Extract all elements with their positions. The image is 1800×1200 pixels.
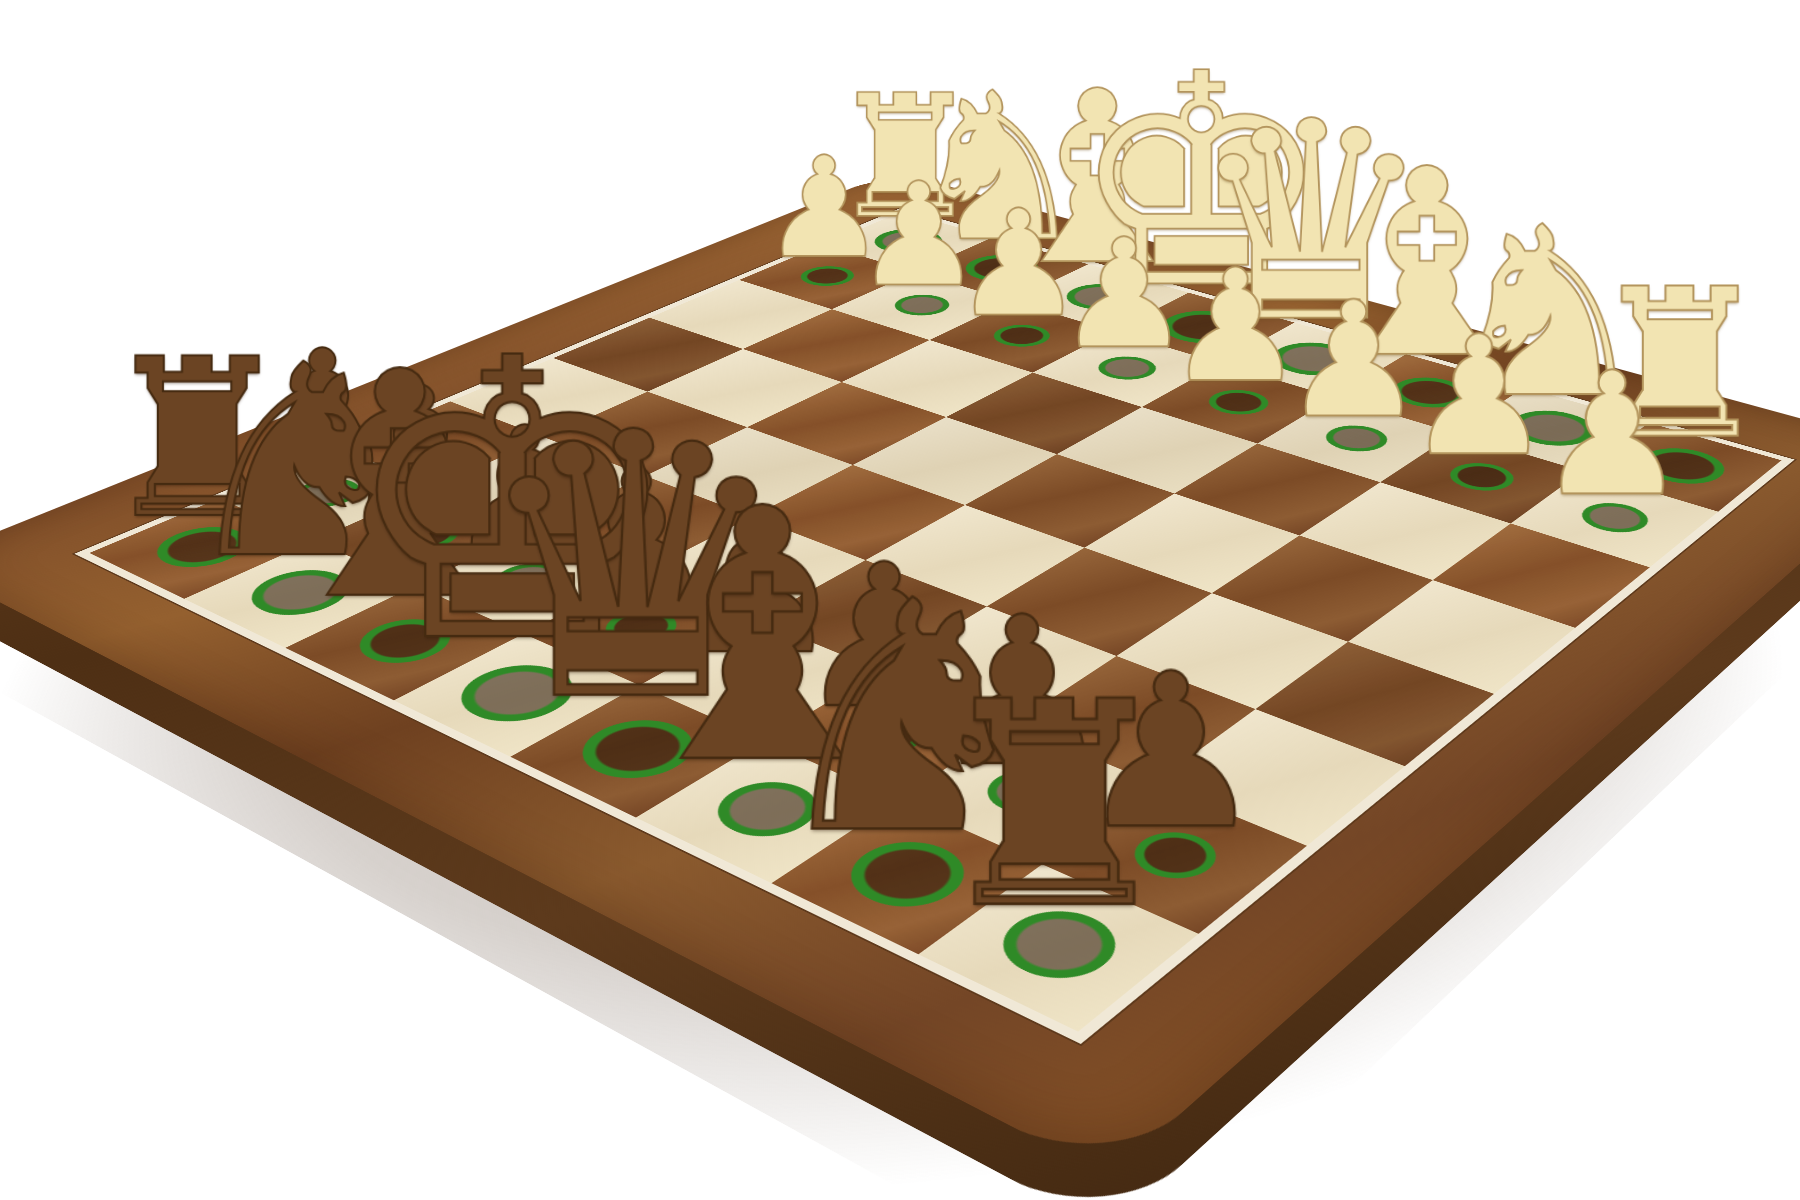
scene: ♜♞♝♛♚♝♞♜♟♟♟♟♟♟♟♟♟♟♟♟♟♟♟♟♜♞♝♛♚♝♞♜	[0, 0, 1800, 1200]
white-pawn-icon: ♟	[1440, 350, 1784, 520]
photo-canvas: Wooden minimalist chess set on a golden-…	[0, 0, 1800, 1200]
black-rook-icon: ♜	[828, 665, 1282, 948]
chess-board: ♜♞♝♛♚♝♞♜♟♟♟♟♟♟♟♟♟♟♟♟♟♟♟♟♜♞♝♛♚♝♞♜	[0, 171, 1800, 1177]
